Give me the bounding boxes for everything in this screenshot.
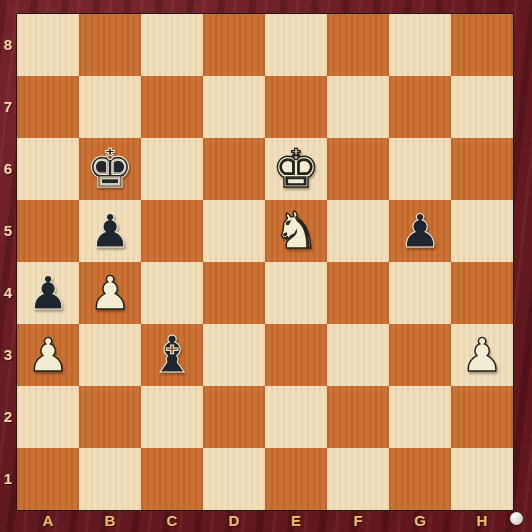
square-g3[interactable] [389, 324, 451, 386]
black-king[interactable]: ♚ [79, 138, 141, 200]
square-d2[interactable] [203, 386, 265, 448]
square-d4[interactable] [203, 262, 265, 324]
white-knight[interactable]: ♞ [265, 200, 327, 262]
file-label-e: E [265, 510, 327, 532]
white-king[interactable]: ♚ [265, 138, 327, 200]
square-a4[interactable]: ♟ [17, 262, 79, 324]
square-c2[interactable] [141, 386, 203, 448]
square-c4[interactable] [141, 262, 203, 324]
black-pawn[interactable]: ♟ [79, 200, 141, 262]
square-b8[interactable] [79, 14, 141, 76]
square-a6[interactable] [17, 138, 79, 200]
rank-label-2: 2 [0, 386, 16, 448]
square-a1[interactable] [17, 448, 79, 510]
square-c7[interactable] [141, 76, 203, 138]
black-bishop[interactable]: ♝ [141, 324, 203, 386]
square-d1[interactable] [203, 448, 265, 510]
square-d6[interactable] [203, 138, 265, 200]
square-e3[interactable] [265, 324, 327, 386]
file-label-c: C [141, 510, 203, 532]
square-f8[interactable] [327, 14, 389, 76]
square-d5[interactable] [203, 200, 265, 262]
square-d7[interactable] [203, 76, 265, 138]
side-to-move-indicator [510, 512, 523, 525]
black-pawn[interactable]: ♟ [389, 200, 451, 262]
square-c5[interactable] [141, 200, 203, 262]
rank-label-4: 4 [0, 262, 16, 324]
file-label-b: B [79, 510, 141, 532]
square-e1[interactable] [265, 448, 327, 510]
file-label-a: A [17, 510, 79, 532]
white-pawn[interactable]: ♟ [17, 324, 79, 386]
square-g8[interactable] [389, 14, 451, 76]
rank-label-1: 1 [0, 448, 16, 510]
chess-board[interactable]: ♚♚♟♞♟♟♟♟♝♟ [16, 13, 514, 511]
square-f4[interactable] [327, 262, 389, 324]
square-g6[interactable] [389, 138, 451, 200]
square-b3[interactable] [79, 324, 141, 386]
square-c8[interactable] [141, 14, 203, 76]
black-pawn[interactable]: ♟ [17, 262, 79, 324]
rank-label-7: 7 [0, 76, 16, 138]
square-b7[interactable] [79, 76, 141, 138]
chess-diagram: ♚♚♟♞♟♟♟♟♝♟ 87654321 ABCDEFGH [0, 0, 532, 532]
square-b4[interactable]: ♟ [79, 262, 141, 324]
square-a7[interactable] [17, 76, 79, 138]
square-f7[interactable] [327, 76, 389, 138]
square-g1[interactable] [389, 448, 451, 510]
square-a2[interactable] [17, 386, 79, 448]
square-e2[interactable] [265, 386, 327, 448]
square-g5[interactable]: ♟ [389, 200, 451, 262]
white-pawn[interactable]: ♟ [451, 324, 513, 386]
square-g2[interactable] [389, 386, 451, 448]
square-h8[interactable] [451, 14, 513, 76]
square-a5[interactable] [17, 200, 79, 262]
square-h4[interactable] [451, 262, 513, 324]
square-b5[interactable]: ♟ [79, 200, 141, 262]
file-label-g: G [389, 510, 451, 532]
rank-label-5: 5 [0, 200, 16, 262]
square-e4[interactable] [265, 262, 327, 324]
square-b1[interactable] [79, 448, 141, 510]
square-e5[interactable]: ♞ [265, 200, 327, 262]
square-f2[interactable] [327, 386, 389, 448]
rank-label-8: 8 [0, 14, 16, 76]
square-e7[interactable] [265, 76, 327, 138]
square-e6[interactable]: ♚ [265, 138, 327, 200]
square-b2[interactable] [79, 386, 141, 448]
square-h5[interactable] [451, 200, 513, 262]
white-pawn[interactable]: ♟ [79, 262, 141, 324]
square-c1[interactable] [141, 448, 203, 510]
square-g4[interactable] [389, 262, 451, 324]
square-f6[interactable] [327, 138, 389, 200]
square-b6[interactable]: ♚ [79, 138, 141, 200]
square-f5[interactable] [327, 200, 389, 262]
square-c6[interactable] [141, 138, 203, 200]
rank-label-6: 6 [0, 138, 16, 200]
square-a8[interactable] [17, 14, 79, 76]
square-h1[interactable] [451, 448, 513, 510]
file-label-h: H [451, 510, 513, 532]
square-d8[interactable] [203, 14, 265, 76]
rank-label-3: 3 [0, 324, 16, 386]
square-f3[interactable] [327, 324, 389, 386]
square-h6[interactable] [451, 138, 513, 200]
square-c3[interactable]: ♝ [141, 324, 203, 386]
square-a3[interactable]: ♟ [17, 324, 79, 386]
file-label-d: D [203, 510, 265, 532]
square-g7[interactable] [389, 76, 451, 138]
file-label-f: F [327, 510, 389, 532]
square-h7[interactable] [451, 76, 513, 138]
square-e8[interactable] [265, 14, 327, 76]
square-d3[interactable] [203, 324, 265, 386]
square-h3[interactable]: ♟ [451, 324, 513, 386]
square-f1[interactable] [327, 448, 389, 510]
square-h2[interactable] [451, 386, 513, 448]
